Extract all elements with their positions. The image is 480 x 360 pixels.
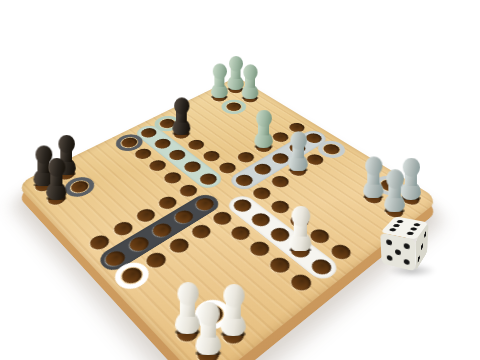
peg-mid bbox=[294, 222, 307, 236]
peg-head bbox=[58, 135, 74, 153]
peg-head bbox=[48, 158, 65, 177]
die-pip bbox=[404, 243, 410, 250]
peg-base bbox=[195, 333, 221, 356]
peg-base bbox=[363, 181, 383, 199]
board-hole bbox=[146, 158, 169, 173]
board-hole bbox=[250, 185, 274, 202]
die-pip bbox=[395, 249, 401, 256]
peg-white bbox=[220, 284, 248, 337]
peg-gray bbox=[288, 131, 309, 171]
die bbox=[381, 231, 428, 256]
die-pip bbox=[421, 243, 423, 251]
die-pip bbox=[424, 230, 426, 238]
peg-head bbox=[229, 56, 243, 72]
die-scene bbox=[387, 225, 423, 261]
peg-base bbox=[46, 182, 66, 200]
peg-mid bbox=[50, 173, 62, 186]
board-hole bbox=[132, 147, 154, 161]
die-pip bbox=[392, 224, 400, 228]
peg-white bbox=[194, 302, 222, 356]
ludo-board bbox=[16, 77, 439, 360]
peg-foot bbox=[46, 195, 66, 201]
peg-gray bbox=[362, 156, 384, 198]
peg-head bbox=[291, 206, 310, 227]
peg-mid bbox=[201, 321, 216, 338]
peg-base bbox=[221, 314, 246, 337]
peg-head bbox=[365, 156, 382, 175]
board-hole bbox=[185, 138, 207, 152]
peg-white bbox=[288, 206, 312, 252]
peg-green bbox=[210, 63, 228, 98]
peg-head bbox=[256, 110, 272, 128]
die-pip bbox=[410, 227, 418, 231]
peg-mid bbox=[226, 303, 241, 319]
board-hole bbox=[161, 170, 184, 186]
board-hole bbox=[228, 224, 254, 243]
board-hole bbox=[268, 174, 292, 190]
peg-head bbox=[223, 284, 244, 308]
peg-mid bbox=[180, 301, 195, 317]
board-hole bbox=[328, 242, 355, 262]
die-pip bbox=[388, 228, 396, 232]
peg-gray bbox=[383, 169, 406, 212]
peg-mid bbox=[388, 185, 400, 198]
die-pip bbox=[404, 259, 410, 265]
peg-black bbox=[171, 97, 191, 135]
peg-mid bbox=[405, 173, 417, 186]
board-hole bbox=[200, 149, 222, 163]
board-tilt-plane bbox=[16, 77, 439, 360]
peg-head bbox=[197, 302, 219, 326]
peg-mid bbox=[367, 172, 379, 185]
die-pip bbox=[406, 231, 414, 235]
board-hole bbox=[166, 236, 192, 256]
die-pip bbox=[417, 255, 419, 263]
board-hole bbox=[188, 222, 214, 241]
board-hole bbox=[246, 239, 272, 259]
die-pip bbox=[386, 239, 392, 246]
peg-head bbox=[386, 169, 404, 189]
board-hole bbox=[266, 255, 293, 276]
die-pip bbox=[413, 223, 421, 227]
die-pip bbox=[396, 220, 404, 224]
peg-head bbox=[174, 97, 189, 114]
peg-black bbox=[45, 158, 67, 201]
board-hole bbox=[176, 183, 200, 199]
peg-base bbox=[289, 232, 311, 252]
peg-head bbox=[290, 131, 306, 149]
board-hole bbox=[210, 209, 235, 227]
die-pip bbox=[386, 255, 392, 261]
product-photo-scene bbox=[0, 0, 480, 360]
peg-green bbox=[253, 110, 273, 149]
peg-head bbox=[243, 64, 257, 80]
peg-head bbox=[212, 63, 226, 79]
peg-base bbox=[384, 194, 405, 213]
